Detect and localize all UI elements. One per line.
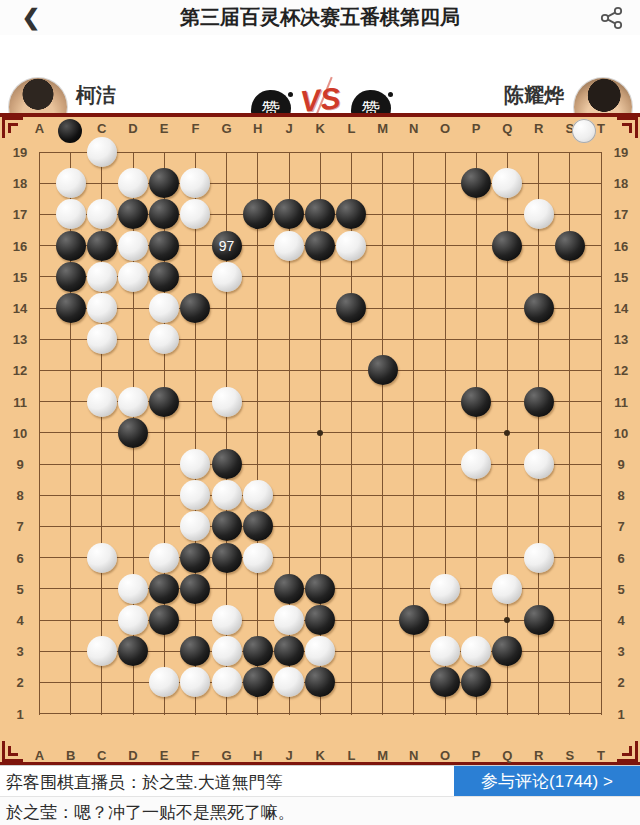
black-stone <box>461 667 491 697</box>
grid-line-vertical <box>601 152 602 715</box>
column-label: E <box>160 748 169 763</box>
broadcaster-line: 弈客围棋直播员：於之莹.大道無門等 <box>6 771 283 794</box>
white-stone <box>149 293 179 323</box>
column-label: Q <box>502 121 512 136</box>
column-label: L <box>347 121 355 136</box>
grid-line-vertical <box>257 152 258 715</box>
white-stone <box>212 605 242 635</box>
board-corner-ornament <box>0 115 24 139</box>
white-stone <box>87 636 117 666</box>
row-label: 7 <box>16 519 23 534</box>
black-stone <box>118 199 148 229</box>
black-stone <box>274 636 304 666</box>
black-stone <box>149 574 179 604</box>
black-stone <box>492 231 522 261</box>
column-label: H <box>253 121 262 136</box>
grid-line-horizontal <box>39 152 602 153</box>
comment-bar: 弈客围棋直播员：於之莹.大道無門等 参与评论(1744) > <box>0 765 640 797</box>
white-stone <box>180 199 210 229</box>
black-stone <box>180 543 210 573</box>
row-label: 4 <box>16 613 23 628</box>
white-stone <box>212 387 242 417</box>
white-stone <box>430 636 460 666</box>
row-label: 17 <box>614 207 628 222</box>
white-stone <box>274 667 304 697</box>
row-label: 2 <box>16 675 23 690</box>
white-stone <box>118 605 148 635</box>
grid-line-vertical <box>476 152 477 715</box>
black-stone <box>461 168 491 198</box>
grid-line-vertical <box>382 152 383 715</box>
column-label: K <box>315 748 324 763</box>
black-stone <box>149 262 179 292</box>
white-stone <box>524 543 554 573</box>
white-stone <box>118 387 148 417</box>
go-board[interactable]: AABBCCDDEEFFGGHHJJKKLLMMNNOOPPQQRRSSTT19… <box>0 113 640 765</box>
white-stone <box>461 636 491 666</box>
white-stone <box>149 667 179 697</box>
row-label: 13 <box>13 332 27 347</box>
grid-line-horizontal <box>39 339 602 340</box>
black-stone <box>336 293 366 323</box>
black-stone <box>149 231 179 261</box>
black-stone <box>305 605 335 635</box>
white-stone <box>87 262 117 292</box>
column-label: N <box>409 121 418 136</box>
white-stone <box>87 387 117 417</box>
column-label: O <box>440 121 450 136</box>
black-stone <box>56 262 86 292</box>
column-label: N <box>409 748 418 763</box>
white-stone <box>56 168 86 198</box>
white-stone <box>492 574 522 604</box>
row-label: 16 <box>13 238 27 253</box>
column-label: T <box>597 748 605 763</box>
column-label: A <box>35 748 44 763</box>
black-stone <box>180 574 210 604</box>
column-label: S <box>565 748 574 763</box>
black-stone <box>180 293 210 323</box>
black-stone <box>118 636 148 666</box>
black-stone <box>368 355 398 385</box>
row-label: 15 <box>614 269 628 284</box>
board-corner-ornament <box>616 740 640 764</box>
column-label: M <box>377 121 388 136</box>
column-label: O <box>440 748 450 763</box>
grid-line-vertical <box>195 152 196 715</box>
column-label: P <box>472 748 481 763</box>
row-label: 1 <box>16 706 23 721</box>
column-label: J <box>285 748 292 763</box>
black-stone <box>492 636 522 666</box>
column-label: B <box>66 748 75 763</box>
chat-bar: 於之莹：嗯？冲了一贴不是黑死了嘛。 <box>0 796 640 825</box>
black-stone <box>274 199 304 229</box>
black-stone <box>243 511 273 541</box>
row-label: 9 <box>16 457 23 472</box>
white-stone <box>243 480 273 510</box>
column-label: F <box>191 121 199 136</box>
row-label: 17 <box>13 207 27 222</box>
title-bar: ❮ 第三届百灵杯决赛五番棋第四局 <box>0 0 640 36</box>
black-stone <box>243 636 273 666</box>
column-label: T <box>597 121 605 136</box>
white-stone <box>212 667 242 697</box>
grid-line-horizontal <box>39 370 602 371</box>
white-stone <box>87 543 117 573</box>
black-stone <box>430 667 460 697</box>
white-stone <box>180 480 210 510</box>
grid-line-horizontal <box>39 526 602 527</box>
row-label: 11 <box>614 394 628 409</box>
row-label: 12 <box>614 363 628 378</box>
row-label: 19 <box>13 145 27 160</box>
white-stone <box>87 199 117 229</box>
row-label: 1 <box>617 706 624 721</box>
row-label: 16 <box>614 238 628 253</box>
black-stone <box>212 511 242 541</box>
column-label: E <box>160 121 169 136</box>
row-label: 3 <box>617 644 624 659</box>
row-label: 8 <box>617 488 624 503</box>
black-stone <box>305 667 335 697</box>
row-label: 10 <box>13 425 27 440</box>
white-stone <box>118 574 148 604</box>
black-stone <box>524 293 554 323</box>
white-stone <box>212 636 242 666</box>
column-label: A <box>35 121 44 136</box>
column-label: R <box>534 121 543 136</box>
black-stone <box>212 449 242 479</box>
row-label: 14 <box>13 301 27 316</box>
row-label: 14 <box>614 301 628 316</box>
black-player-name: 柯洁 <box>76 82 116 109</box>
white-player-name: 陈耀烨 <box>504 82 564 109</box>
column-label: K <box>315 121 324 136</box>
white-stone <box>87 324 117 354</box>
black-stone <box>305 231 335 261</box>
column-label: H <box>253 748 262 763</box>
black-stone <box>274 574 304 604</box>
white-stone <box>56 199 86 229</box>
white-stone-indicator <box>572 119 596 143</box>
white-stone <box>305 636 335 666</box>
white-stone <box>87 137 117 167</box>
white-stone <box>243 543 273 573</box>
black-stone <box>149 168 179 198</box>
black-stone <box>399 605 429 635</box>
column-label: C <box>97 121 106 136</box>
app-screen: ❮ 第三届百灵杯决赛五番棋第四局 柯洁 提0子 陈耀烨 提0子 赞 VS 赞 白… <box>0 0 640 825</box>
column-label: Q <box>502 748 512 763</box>
column-label: D <box>128 121 137 136</box>
black-stone <box>212 543 242 573</box>
row-label: 18 <box>614 176 628 191</box>
white-stone <box>336 231 366 261</box>
black-stone <box>149 199 179 229</box>
row-label: 19 <box>614 145 628 160</box>
board-corner-ornament <box>616 115 640 139</box>
white-stone <box>118 168 148 198</box>
white-stone <box>524 199 554 229</box>
white-stone <box>149 543 179 573</box>
row-label: 5 <box>16 581 23 596</box>
white-stone <box>212 480 242 510</box>
white-stone <box>149 324 179 354</box>
star-point <box>317 430 323 436</box>
white-stone <box>274 231 304 261</box>
grid-line-horizontal <box>39 557 602 558</box>
black-stone <box>243 199 273 229</box>
black-stone <box>149 605 179 635</box>
board-corner-ornament <box>0 740 24 764</box>
grid-line-horizontal <box>39 713 602 714</box>
black-stone <box>180 636 210 666</box>
row-label: 3 <box>16 644 23 659</box>
row-label: 5 <box>617 581 624 596</box>
column-label: G <box>222 748 232 763</box>
row-label: 12 <box>13 363 27 378</box>
row-label: 10 <box>614 425 628 440</box>
black-stone <box>524 387 554 417</box>
black-stone <box>305 199 335 229</box>
move-number-label: 97 <box>212 231 242 261</box>
white-stone <box>274 605 304 635</box>
row-label: 11 <box>13 394 27 409</box>
column-label: F <box>191 748 199 763</box>
white-stone <box>118 231 148 261</box>
player-bar: 柯洁 提0子 陈耀烨 提0子 赞 VS 赞 白5.5目胜 <box>0 35 640 113</box>
black-stone <box>336 199 366 229</box>
white-stone <box>461 449 491 479</box>
back-icon[interactable]: ❮ <box>14 3 48 33</box>
column-label: L <box>347 748 355 763</box>
chat-message: 於之莹：嗯？冲了一贴不是黑死了嘛。 <box>6 801 295 824</box>
white-stone <box>180 449 210 479</box>
black-stone <box>118 418 148 448</box>
column-label: P <box>472 121 481 136</box>
white-stone <box>180 168 210 198</box>
row-label: 8 <box>16 488 23 503</box>
black-stone <box>305 574 335 604</box>
row-label: 13 <box>614 332 628 347</box>
grid-line-vertical <box>445 152 446 715</box>
join-comments-button[interactable]: 参与评论(1744) > <box>454 766 640 797</box>
star-point <box>504 430 510 436</box>
column-label: D <box>128 748 137 763</box>
row-label: 6 <box>617 550 624 565</box>
row-label: 15 <box>13 269 27 284</box>
black-stone <box>243 667 273 697</box>
black-stone <box>149 387 179 417</box>
row-label: 6 <box>16 550 23 565</box>
column-label: R <box>534 748 543 763</box>
column-label: M <box>377 748 388 763</box>
row-label: 2 <box>617 675 624 690</box>
row-label: 7 <box>617 519 624 534</box>
row-label: 4 <box>617 613 624 628</box>
column-label: C <box>97 748 106 763</box>
white-stone <box>212 262 242 292</box>
grid-line-horizontal <box>39 308 602 309</box>
black-stone <box>461 387 491 417</box>
board-frame-top <box>0 113 640 117</box>
white-stone <box>118 262 148 292</box>
black-stone <box>56 231 86 261</box>
black-stone: 97 <box>212 231 242 261</box>
grid-line-horizontal <box>39 495 602 496</box>
black-stone-indicator <box>58 119 82 143</box>
row-label: 9 <box>617 457 624 472</box>
white-stone <box>492 168 522 198</box>
white-stone <box>524 449 554 479</box>
white-stone <box>180 667 210 697</box>
black-stone <box>56 293 86 323</box>
row-label: 18 <box>13 176 27 191</box>
grid-line-vertical <box>39 152 40 715</box>
star-point <box>504 617 510 623</box>
black-stone <box>524 605 554 635</box>
page-title: 第三届百灵杯决赛五番棋第四局 <box>70 0 570 35</box>
black-stone <box>555 231 585 261</box>
column-label: J <box>285 121 292 136</box>
share-icon[interactable] <box>598 4 626 32</box>
black-stone <box>87 231 117 261</box>
grid-line-horizontal <box>39 464 602 465</box>
column-label: G <box>222 121 232 136</box>
white-stone <box>430 574 460 604</box>
white-stone <box>180 511 210 541</box>
white-stone <box>87 293 117 323</box>
